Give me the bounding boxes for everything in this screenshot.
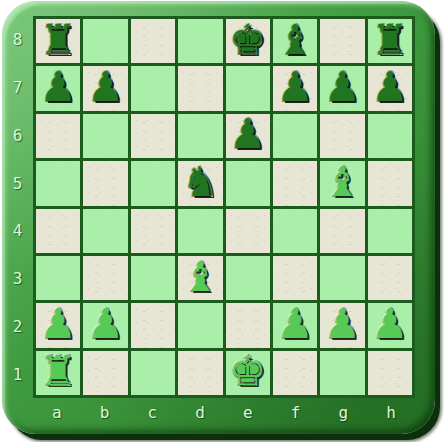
piece-black-knight-d5[interactable]: ♞ xyxy=(182,162,219,203)
piece-white-pawn-g2[interactable]: ♟ xyxy=(324,304,361,345)
square-b2[interactable]: ♟ xyxy=(83,303,127,347)
square-a3[interactable] xyxy=(36,256,80,300)
square-a5[interactable] xyxy=(36,161,80,205)
square-d7[interactable] xyxy=(178,66,222,110)
square-c5[interactable] xyxy=(131,161,175,205)
square-g7[interactable]: ♟ xyxy=(320,66,364,110)
square-f6[interactable] xyxy=(273,114,317,158)
square-e6[interactable]: ♟ xyxy=(226,114,270,158)
square-b6[interactable] xyxy=(83,114,127,158)
piece-black-king-e8[interactable]: ♚ xyxy=(229,20,266,61)
square-e2[interactable] xyxy=(226,303,270,347)
square-a8[interactable]: ♜ xyxy=(36,19,80,63)
square-f4[interactable] xyxy=(273,209,317,253)
square-a2[interactable]: ♟ xyxy=(36,303,80,347)
square-d1[interactable] xyxy=(178,351,222,395)
piece-black-pawn-f7[interactable]: ♟ xyxy=(277,67,314,108)
square-c6[interactable] xyxy=(131,114,175,158)
square-d6[interactable] xyxy=(178,114,222,158)
piece-white-rook-a1[interactable]: ♜ xyxy=(40,351,77,392)
square-h7[interactable]: ♟ xyxy=(368,66,412,110)
square-d8[interactable] xyxy=(178,19,222,63)
rank-labels: 87654321 xyxy=(2,16,33,398)
piece-white-pawn-f2[interactable]: ♟ xyxy=(277,304,314,345)
piece-black-pawn-h7[interactable]: ♟ xyxy=(371,67,408,108)
piece-white-pawn-a2[interactable]: ♟ xyxy=(40,304,77,345)
square-d2[interactable] xyxy=(178,303,222,347)
piece-white-pawn-b2[interactable]: ♟ xyxy=(87,304,124,345)
square-g5[interactable]: ♝ xyxy=(320,161,364,205)
square-d3[interactable]: ♝ xyxy=(178,256,222,300)
square-f3[interactable] xyxy=(273,256,317,300)
square-d4[interactable] xyxy=(178,209,222,253)
square-e8[interactable]: ♚ xyxy=(226,19,270,63)
chess-board: ♜♚♝♜♟♟♟♟♟♟♞♝♝♟♟♟♟♟♜♚ xyxy=(33,16,415,398)
file-label-b: b xyxy=(81,399,129,425)
rank-label-1: 1 xyxy=(2,350,33,398)
rank-label-7: 7 xyxy=(2,64,33,112)
rank-label-5: 5 xyxy=(2,159,33,207)
piece-black-rook-h8[interactable]: ♜ xyxy=(371,20,408,61)
piece-black-rook-a8[interactable]: ♜ xyxy=(40,20,77,61)
piece-black-pawn-a7[interactable]: ♟ xyxy=(40,67,77,108)
square-h3[interactable] xyxy=(368,256,412,300)
square-a1[interactable]: ♜ xyxy=(36,351,80,395)
square-h1[interactable] xyxy=(368,351,412,395)
square-h2[interactable]: ♟ xyxy=(368,303,412,347)
piece-white-king-e1[interactable]: ♚ xyxy=(229,351,266,392)
square-b7[interactable]: ♟ xyxy=(83,66,127,110)
square-c2[interactable] xyxy=(131,303,175,347)
file-label-f: f xyxy=(272,399,320,425)
piece-black-pawn-g7[interactable]: ♟ xyxy=(324,67,361,108)
square-a6[interactable] xyxy=(36,114,80,158)
square-a7[interactable]: ♟ xyxy=(36,66,80,110)
square-a4[interactable] xyxy=(36,209,80,253)
rank-label-4: 4 xyxy=(2,207,33,255)
piece-white-bishop-d3[interactable]: ♝ xyxy=(182,257,219,298)
square-h5[interactable] xyxy=(368,161,412,205)
square-f7[interactable]: ♟ xyxy=(273,66,317,110)
square-b5[interactable] xyxy=(83,161,127,205)
square-f8[interactable]: ♝ xyxy=(273,19,317,63)
piece-white-pawn-h2[interactable]: ♟ xyxy=(371,304,408,345)
rank-label-2: 2 xyxy=(2,303,33,351)
square-b1[interactable] xyxy=(83,351,127,395)
piece-black-pawn-b7[interactable]: ♟ xyxy=(87,67,124,108)
rank-label-3: 3 xyxy=(2,255,33,303)
square-c4[interactable] xyxy=(131,209,175,253)
square-c1[interactable] xyxy=(131,351,175,395)
square-d5[interactable]: ♞ xyxy=(178,161,222,205)
rank-label-6: 6 xyxy=(2,112,33,160)
square-g6[interactable] xyxy=(320,114,364,158)
piece-black-bishop-f8[interactable]: ♝ xyxy=(277,20,314,61)
file-label-e: e xyxy=(224,399,272,425)
square-f5[interactable] xyxy=(273,161,317,205)
square-e3[interactable] xyxy=(226,256,270,300)
square-h4[interactable] xyxy=(368,209,412,253)
file-label-h: h xyxy=(367,399,415,425)
square-c3[interactable] xyxy=(131,256,175,300)
piece-black-pawn-e6[interactable]: ♟ xyxy=(229,114,266,155)
file-label-c: c xyxy=(129,399,177,425)
square-h8[interactable]: ♜ xyxy=(368,19,412,63)
square-b8[interactable] xyxy=(83,19,127,63)
file-label-g: g xyxy=(320,399,368,425)
file-label-a: a xyxy=(33,399,81,425)
rank-label-8: 8 xyxy=(2,16,33,64)
file-labels: abcdefgh xyxy=(33,399,415,425)
file-label-d: d xyxy=(176,399,224,425)
square-g8[interactable] xyxy=(320,19,364,63)
piece-white-bishop-g5[interactable]: ♝ xyxy=(324,162,361,203)
chess-app-window: 87654321 abcdefgh ♜♚♝♜♟♟♟♟♟♟♞♝♝♟♟♟♟♟♜♚ xyxy=(0,0,444,442)
square-f1[interactable] xyxy=(273,351,317,395)
square-c7[interactable] xyxy=(131,66,175,110)
square-e7[interactable] xyxy=(226,66,270,110)
square-g2[interactable]: ♟ xyxy=(320,303,364,347)
square-g4[interactable] xyxy=(320,209,364,253)
square-e4[interactable] xyxy=(226,209,270,253)
square-b3[interactable] xyxy=(83,256,127,300)
square-e5[interactable] xyxy=(226,161,270,205)
square-g3[interactable] xyxy=(320,256,364,300)
square-c8[interactable] xyxy=(131,19,175,63)
square-g1[interactable] xyxy=(320,351,364,395)
square-e1[interactable]: ♚ xyxy=(226,351,270,395)
square-f2[interactable]: ♟ xyxy=(273,303,317,347)
square-b4[interactable] xyxy=(83,209,127,253)
square-h6[interactable] xyxy=(368,114,412,158)
